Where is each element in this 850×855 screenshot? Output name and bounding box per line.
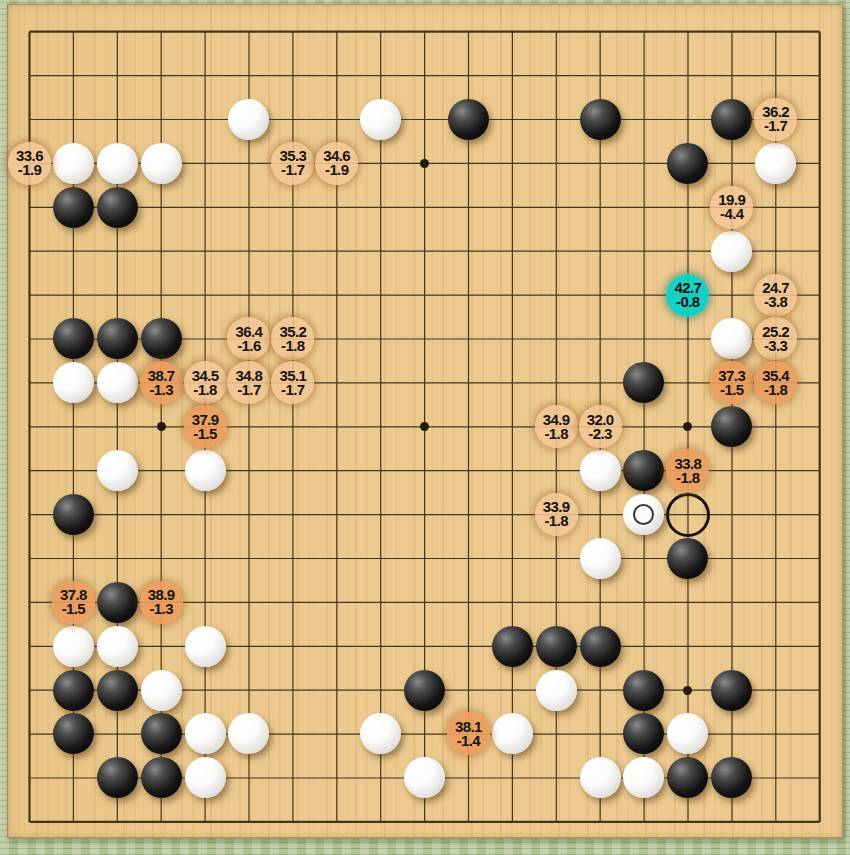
candidate-score: -4.4 [720, 207, 743, 221]
candidate-score: -1.7 [281, 163, 304, 177]
candidate-move-N10[interactable]: 34.9-1.8 [535, 405, 578, 448]
next-move-circle-icon [666, 493, 710, 537]
white-stone-K2 [404, 757, 445, 798]
black-stone-K4 [404, 670, 445, 711]
candidate-score: -1.9 [18, 163, 41, 177]
white-stone-F17 [228, 99, 269, 140]
white-stone-D4 [141, 670, 182, 711]
candidate-move-S12[interactable]: 25.2-3.3 [754, 317, 797, 360]
star-point-icon [420, 422, 429, 431]
white-stone-E5 [185, 626, 226, 667]
candidate-move-S17[interactable]: 36.2-1.7 [754, 98, 797, 141]
white-stone-B11 [53, 362, 94, 403]
white-stone-M3 [492, 713, 533, 754]
candidate-move-A16[interactable]: 33.6-1.9 [8, 142, 51, 185]
candidate-move-N8[interactable]: 33.9-1.8 [535, 493, 578, 536]
black-stone-Q2 [667, 757, 708, 798]
star-point-icon [683, 422, 692, 431]
white-stone-P2 [623, 757, 664, 798]
go-analysis-screen: { "game": "Go", "board": { "size": 19, "… [0, 0, 850, 855]
black-stone-L17 [448, 99, 489, 140]
black-stone-C12 [97, 318, 138, 359]
candidate-move-O10[interactable]: 32.0-2.3 [579, 405, 622, 448]
candidate-score: -1.5 [720, 383, 743, 397]
white-stone-E3 [185, 713, 226, 754]
candidate-move-F11[interactable]: 34.8-1.7 [227, 361, 270, 404]
candidate-move-Q9[interactable]: 33.8-1.8 [666, 449, 709, 492]
black-stone-R10 [711, 406, 752, 447]
black-stone-C4 [97, 670, 138, 711]
white-stone-E2 [185, 757, 226, 798]
candidate-score: -1.8 [764, 383, 787, 397]
candidate-score: -1.3 [149, 383, 172, 397]
candidate-score: -1.8 [281, 339, 304, 353]
white-stone-J17 [360, 99, 401, 140]
black-stone-P3 [623, 713, 664, 754]
candidate-move-S11[interactable]: 35.4-1.8 [754, 361, 797, 404]
candidate-move-G12[interactable]: 35.2-1.8 [271, 317, 314, 360]
candidate-move-F12[interactable]: 36.4-1.6 [227, 317, 270, 360]
white-stone-P8 [623, 494, 664, 535]
black-stone-R2 [711, 757, 752, 798]
white-stone-C11 [97, 362, 138, 403]
candidate-move-L3[interactable]: 38.1-1.4 [447, 712, 490, 755]
candidate-score: -1.3 [149, 602, 172, 616]
candidate-score: -1.8 [544, 514, 567, 528]
candidate-score: -3.8 [764, 295, 787, 309]
candidate-score: -1.6 [237, 339, 260, 353]
black-stone-P9 [623, 450, 664, 491]
black-stone-O17 [580, 99, 621, 140]
white-stone-R14 [711, 231, 752, 272]
white-stone-O2 [580, 757, 621, 798]
candidate-move-B6[interactable]: 37.8-1.5 [52, 581, 95, 624]
white-stone-C16 [97, 143, 138, 184]
black-stone-D3 [141, 713, 182, 754]
black-stone-N5 [536, 626, 577, 667]
candidate-score: -1.8 [193, 383, 216, 397]
white-stone-F3 [228, 713, 269, 754]
star-point-icon [157, 422, 166, 431]
go-board[interactable]: 33.6-1.935.3-1.734.6-1.936.2-1.719.9-4.4… [7, 4, 843, 838]
candidate-move-H16[interactable]: 34.6-1.9 [315, 142, 358, 185]
candidate-score: -1.7 [237, 383, 260, 397]
black-stone-C6 [97, 582, 138, 623]
candidate-score: -2.3 [588, 427, 611, 441]
last-move-circle-icon [633, 504, 654, 525]
white-stone-R12 [711, 318, 752, 359]
candidate-score: -1.5 [193, 427, 216, 441]
white-stone-B16 [53, 143, 94, 184]
candidate-score: -1.5 [62, 602, 85, 616]
black-stone-D12 [141, 318, 182, 359]
candidate-move-R11[interactable]: 37.3-1.5 [710, 361, 753, 404]
candidate-move-S13[interactable]: 24.7-3.8 [754, 274, 797, 317]
black-stone-D2 [141, 757, 182, 798]
candidate-score: -1.7 [281, 383, 304, 397]
black-stone-M5 [492, 626, 533, 667]
candidate-score: -1.4 [457, 734, 480, 748]
candidate-move-E11[interactable]: 34.5-1.8 [184, 361, 227, 404]
candidate-move-R15[interactable]: 19.9-4.4 [710, 186, 753, 229]
candidate-move-E10[interactable]: 37.9-1.5 [184, 405, 227, 448]
candidate-score: -1.8 [676, 471, 699, 485]
candidate-move-D11[interactable]: 38.7-1.3 [140, 361, 183, 404]
black-stone-B8 [53, 494, 94, 535]
candidate-score: -0.8 [676, 295, 699, 309]
black-stone-Q7 [667, 538, 708, 579]
candidate-score: -1.7 [764, 119, 787, 133]
candidate-move-G11[interactable]: 35.1-1.7 [271, 361, 314, 404]
white-stone-D16 [141, 143, 182, 184]
white-stone-C5 [97, 626, 138, 667]
white-stone-N4 [536, 670, 577, 711]
black-stone-P11 [623, 362, 664, 403]
candidate-score: -3.3 [764, 339, 787, 353]
white-stone-O7 [580, 538, 621, 579]
black-stone-B3 [53, 713, 94, 754]
candidate-move-Q13[interactable]: 42.7-0.8 [666, 274, 709, 317]
candidate-move-G16[interactable]: 35.3-1.7 [271, 142, 314, 185]
white-stone-J3 [360, 713, 401, 754]
black-stone-B15 [53, 187, 94, 228]
star-point-icon [683, 686, 692, 695]
candidate-move-D6[interactable]: 38.9-1.3 [140, 581, 183, 624]
black-stone-Q16 [667, 143, 708, 184]
black-stone-B4 [53, 670, 94, 711]
black-stone-P4 [623, 670, 664, 711]
board-intersections[interactable]: 33.6-1.935.3-1.734.6-1.936.2-1.719.9-4.4… [8, 10, 842, 844]
black-stone-C2 [97, 757, 138, 798]
white-stone-O9 [580, 450, 621, 491]
white-stone-E9 [185, 450, 226, 491]
candidate-score: -1.8 [544, 427, 567, 441]
black-stone-R17 [711, 99, 752, 140]
candidate-score: -1.9 [325, 163, 348, 177]
white-stone-C9 [97, 450, 138, 491]
black-stone-C15 [97, 187, 138, 228]
black-stone-R4 [711, 670, 752, 711]
white-stone-S16 [755, 143, 796, 184]
white-stone-B5 [53, 626, 94, 667]
black-stone-O5 [580, 626, 621, 667]
black-stone-B12 [53, 318, 94, 359]
star-point-icon [420, 159, 429, 168]
white-stone-Q3 [667, 713, 708, 754]
